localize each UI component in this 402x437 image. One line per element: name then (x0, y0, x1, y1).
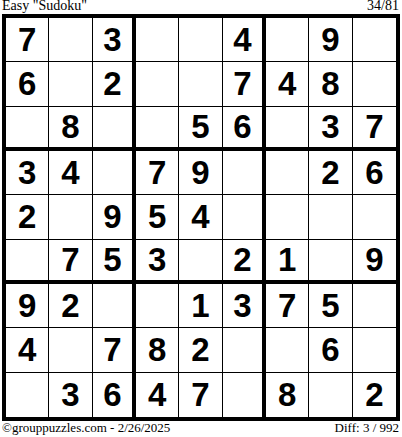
sudoku-cell-r7c4[interactable] (136, 284, 179, 328)
sudoku-cell-r7c1[interactable]: 9 (6, 284, 49, 328)
sudoku-cell-r9c2[interactable]: 3 (49, 373, 92, 417)
sudoku-cell-r6c8[interactable] (309, 240, 352, 284)
sudoku-cell-r7c3[interactable] (93, 284, 136, 328)
sudoku-cell-r4c2[interactable]: 4 (49, 151, 92, 195)
sudoku-cell-r2c3[interactable]: 2 (93, 62, 136, 106)
sudoku-cell-r8c3[interactable]: 7 (93, 328, 136, 372)
sudoku-cell-r4c3[interactable] (93, 151, 136, 195)
sudoku-cell-r8c6[interactable] (223, 328, 266, 372)
sudoku-cell-r3c3[interactable] (93, 107, 136, 151)
sudoku-cell-r5c8[interactable] (309, 195, 352, 239)
sudoku-cell-r9c4[interactable]: 4 (136, 373, 179, 417)
sudoku-cell-r1c4[interactable] (136, 18, 179, 62)
sudoku-cell-r1c7[interactable] (266, 18, 309, 62)
sudoku-cell-r7c2[interactable]: 2 (49, 284, 92, 328)
sudoku-cell-r4c9[interactable]: 6 (353, 151, 396, 195)
sudoku-cell-r4c7[interactable] (266, 151, 309, 195)
sudoku-cell-r1c9[interactable] (353, 18, 396, 62)
sudoku-cell-r1c6[interactable]: 4 (223, 18, 266, 62)
sudoku-cell-r6c5[interactable] (179, 240, 222, 284)
sudoku-cell-r4c8[interactable]: 2 (309, 151, 352, 195)
sudoku-cell-r6c4[interactable]: 3 (136, 240, 179, 284)
sudoku-cell-r2c5[interactable] (179, 62, 222, 106)
sudoku-cell-r2c4[interactable] (136, 62, 179, 106)
sudoku-cell-r1c5[interactable] (179, 18, 222, 62)
sudoku-grid: 7349627488563734792629547532199213754782… (2, 14, 400, 421)
sudoku-cell-r9c3[interactable]: 6 (93, 373, 136, 417)
sudoku-cell-r3c2[interactable]: 8 (49, 107, 92, 151)
sudoku-cell-r1c1[interactable]: 7 (6, 18, 49, 62)
sudoku-cell-r3c6[interactable]: 6 (223, 107, 266, 151)
copyright-text: ©grouppuzzles.com - 2/26/2025 (2, 421, 170, 435)
sudoku-cell-r9c8[interactable] (309, 373, 352, 417)
sudoku-cell-r5c2[interactable] (49, 195, 92, 239)
sudoku-cell-r8c1[interactable]: 4 (6, 328, 49, 372)
sudoku-cell-r9c9[interactable]: 2 (353, 373, 396, 417)
sudoku-cell-r3c9[interactable]: 7 (353, 107, 396, 151)
sudoku-cell-r3c7[interactable] (266, 107, 309, 151)
sudoku-cell-r8c7[interactable] (266, 328, 309, 372)
sudoku-cell-r6c6[interactable]: 2 (223, 240, 266, 284)
sudoku-cell-r7c7[interactable]: 7 (266, 284, 309, 328)
sudoku-cell-r6c1[interactable] (6, 240, 49, 284)
sudoku-cell-r6c2[interactable]: 7 (49, 240, 92, 284)
clue-counter: 34/81 (367, 0, 399, 13)
sudoku-cell-r9c5[interactable]: 7 (179, 373, 222, 417)
puzzle-title: Easy "Sudoku" (2, 0, 87, 13)
sudoku-cell-r1c3[interactable]: 3 (93, 18, 136, 62)
sudoku-cell-r9c7[interactable]: 8 (266, 373, 309, 417)
sudoku-cell-r2c7[interactable]: 4 (266, 62, 309, 106)
sudoku-cell-r6c7[interactable]: 1 (266, 240, 309, 284)
sudoku-cell-r7c5[interactable]: 1 (179, 284, 222, 328)
sudoku-cell-r4c4[interactable]: 7 (136, 151, 179, 195)
sudoku-cell-r7c9[interactable] (353, 284, 396, 328)
sudoku-cell-r4c1[interactable]: 3 (6, 151, 49, 195)
sudoku-cell-r9c1[interactable] (6, 373, 49, 417)
sudoku-cell-r5c3[interactable]: 9 (93, 195, 136, 239)
sudoku-cell-r8c9[interactable] (353, 328, 396, 372)
sudoku-cell-r1c8[interactable]: 9 (309, 18, 352, 62)
sudoku-cell-r5c4[interactable]: 5 (136, 195, 179, 239)
sudoku-cell-r6c9[interactable]: 9 (353, 240, 396, 284)
sudoku-cell-r1c2[interactable] (49, 18, 92, 62)
sudoku-cell-r5c5[interactable]: 4 (179, 195, 222, 239)
sudoku-cell-r5c7[interactable] (266, 195, 309, 239)
sudoku-cell-r8c5[interactable]: 2 (179, 328, 222, 372)
sudoku-cell-r8c4[interactable]: 8 (136, 328, 179, 372)
sudoku-cell-r3c4[interactable] (136, 107, 179, 151)
sudoku-cell-r7c6[interactable]: 3 (223, 284, 266, 328)
sudoku-cell-r2c9[interactable] (353, 62, 396, 106)
sudoku-cell-r4c5[interactable]: 9 (179, 151, 222, 195)
sudoku-cell-r2c1[interactable]: 6 (6, 62, 49, 106)
sudoku-cell-r2c8[interactable]: 8 (309, 62, 352, 106)
sudoku-cell-r8c2[interactable] (49, 328, 92, 372)
sudoku-cell-r3c8[interactable]: 3 (309, 107, 352, 151)
sudoku-cell-r8c8[interactable]: 6 (309, 328, 352, 372)
sudoku-cell-r2c2[interactable] (49, 62, 92, 106)
sudoku-cell-r3c1[interactable] (6, 107, 49, 151)
difficulty-text: Diff: 3 / 992 (335, 421, 399, 435)
sudoku-cell-r5c9[interactable] (353, 195, 396, 239)
sudoku-cell-r2c6[interactable]: 7 (223, 62, 266, 106)
sudoku-cell-r4c6[interactable] (223, 151, 266, 195)
sudoku-cell-r5c6[interactable] (223, 195, 266, 239)
sudoku-cell-r6c3[interactable]: 5 (93, 240, 136, 284)
sudoku-cell-r7c8[interactable]: 5 (309, 284, 352, 328)
sudoku-cell-r9c6[interactable] (223, 373, 266, 417)
sudoku-cell-r3c5[interactable]: 5 (179, 107, 222, 151)
sudoku-cell-r5c1[interactable]: 2 (6, 195, 49, 239)
